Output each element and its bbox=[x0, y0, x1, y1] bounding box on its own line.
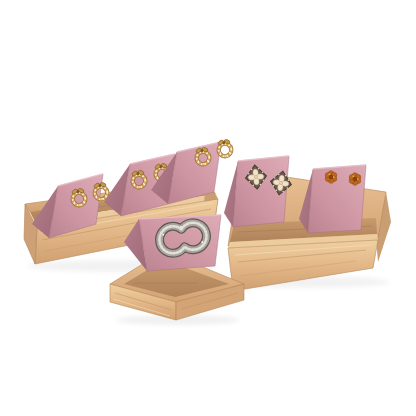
velvet-wedge-5 bbox=[299, 165, 366, 233]
velvet-wedge-4 bbox=[224, 156, 293, 227]
jewelry-display-scene bbox=[0, 0, 416, 416]
product-photo bbox=[0, 0, 416, 416]
flower-stud-right bbox=[349, 173, 361, 186]
medium-tray bbox=[224, 156, 391, 291]
flower-stud-left bbox=[325, 171, 337, 184]
gold-hoop-earring-right bbox=[217, 138, 233, 157]
